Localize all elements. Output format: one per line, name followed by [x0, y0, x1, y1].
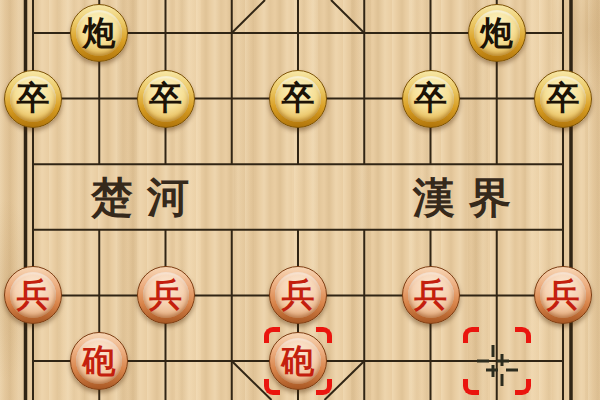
piece-black-pawn-5[interactable]: 卒 — [534, 70, 592, 128]
piece-glyph: 兵 — [282, 279, 315, 312]
piece-glyph: 兵 — [149, 279, 182, 312]
piece-glyph: 兵 — [414, 279, 447, 312]
piece-face: 兵 — [275, 272, 321, 318]
piece-red-pawn-5[interactable]: 兵 — [534, 266, 592, 324]
piece-black-pawn-1[interactable]: 卒 — [4, 70, 62, 128]
piece-red-pawn-3[interactable]: 兵 — [269, 266, 327, 324]
piece-glyph: 砲 — [83, 345, 116, 378]
piece-glyph: 兵 — [547, 279, 580, 312]
piece-face: 兵 — [143, 272, 189, 318]
piece-black-pawn-3[interactable]: 卒 — [269, 70, 327, 128]
piece-glyph: 卒 — [414, 82, 447, 115]
piece-red-pawn-1[interactable]: 兵 — [4, 266, 62, 324]
piece-glyph: 卒 — [282, 82, 315, 115]
piece-face: 砲 — [275, 338, 321, 384]
piece-face: 砲 — [76, 338, 122, 384]
piece-black-pawn-2[interactable]: 卒 — [137, 70, 195, 128]
piece-face: 炮 — [76, 10, 122, 56]
piece-face: 兵 — [408, 272, 454, 318]
piece-face: 卒 — [275, 76, 321, 122]
river-label-han-jie: 漢界 — [399, 170, 525, 226]
piece-black-cannon-left[interactable]: 炮 — [70, 4, 128, 62]
piece-glyph: 砲 — [282, 345, 315, 378]
piece-face: 炮 — [474, 10, 520, 56]
piece-red-pawn-2[interactable]: 兵 — [137, 266, 195, 324]
crosshair-cursor — [470, 338, 522, 390]
piece-red-pawn-4[interactable]: 兵 — [402, 266, 460, 324]
piece-face: 兵 — [10, 272, 56, 318]
xiangqi-board[interactable]: 楚河 漢界 炮炮卒卒卒卒卒兵兵兵兵兵砲砲 — [0, 0, 600, 400]
piece-red-cannon-left[interactable]: 砲 — [70, 332, 128, 390]
piece-glyph: 炮 — [480, 17, 513, 50]
piece-glyph: 兵 — [17, 279, 50, 312]
piece-face: 兵 — [540, 272, 586, 318]
piece-glyph: 卒 — [149, 82, 182, 115]
piece-black-cannon-right[interactable]: 炮 — [468, 4, 526, 62]
piece-face: 卒 — [143, 76, 189, 122]
river-label-chu-he: 楚河 — [77, 170, 203, 226]
piece-glyph: 炮 — [83, 17, 116, 50]
piece-glyph: 卒 — [17, 82, 50, 115]
piece-face: 卒 — [408, 76, 454, 122]
piece-glyph: 卒 — [547, 82, 580, 115]
piece-black-pawn-4[interactable]: 卒 — [402, 70, 460, 128]
piece-red-cannon-center[interactable]: 砲 — [269, 332, 327, 390]
piece-face: 卒 — [10, 76, 56, 122]
piece-face: 卒 — [540, 76, 586, 122]
